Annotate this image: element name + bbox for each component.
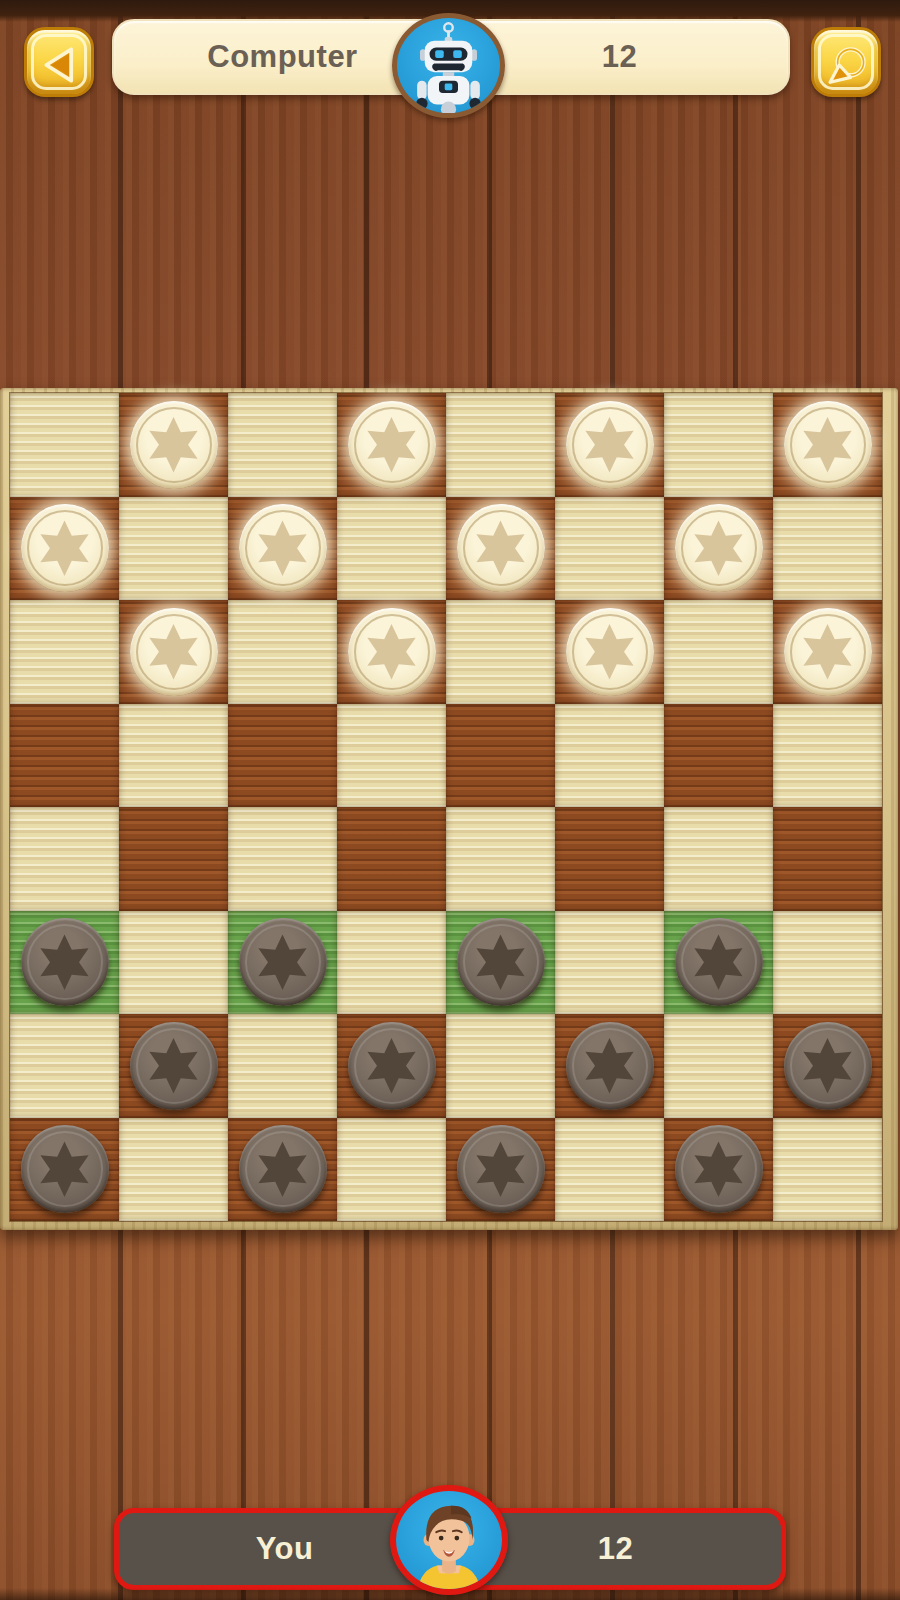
- board: [10, 393, 882, 1221]
- square-e8: [446, 393, 555, 497]
- black-piece[interactable]: [784, 1022, 872, 1110]
- square-d2[interactable]: [337, 1014, 446, 1118]
- square-g4: [664, 807, 773, 911]
- square-f3: [555, 911, 664, 1015]
- star-emboss: [581, 623, 639, 681]
- square-h6[interactable]: [773, 600, 882, 704]
- star-emboss: [472, 933, 530, 991]
- white-piece[interactable]: [239, 504, 327, 592]
- square-h8[interactable]: [773, 393, 882, 497]
- square-g3[interactable]: [664, 911, 773, 1015]
- square-h3: [773, 911, 882, 1015]
- square-c8: [228, 393, 337, 497]
- black-piece[interactable]: [239, 918, 327, 1006]
- undo-rotate-icon: [822, 38, 876, 92]
- square-d6[interactable]: [337, 600, 446, 704]
- square-f1: [555, 1118, 664, 1222]
- square-b6[interactable]: [119, 600, 228, 704]
- game-screen: Computer 12: [0, 0, 900, 1600]
- square-f7: [555, 497, 664, 601]
- star-emboss: [254, 519, 312, 577]
- square-a2: [10, 1014, 119, 1118]
- square-c4: [228, 807, 337, 911]
- square-g8: [664, 393, 773, 497]
- square-h4[interactable]: [773, 807, 882, 911]
- square-g2: [664, 1014, 773, 1118]
- white-piece[interactable]: [130, 401, 218, 489]
- square-a1[interactable]: [10, 1118, 119, 1222]
- back-arrow-icon: [35, 38, 89, 92]
- black-piece[interactable]: [457, 918, 545, 1006]
- square-a6: [10, 600, 119, 704]
- star-emboss: [581, 416, 639, 474]
- square-e7[interactable]: [446, 497, 555, 601]
- black-piece[interactable]: [348, 1022, 436, 1110]
- star-emboss: [690, 1140, 748, 1198]
- black-piece[interactable]: [457, 1125, 545, 1213]
- square-e1[interactable]: [446, 1118, 555, 1222]
- square-h2[interactable]: [773, 1014, 882, 1118]
- square-e4: [446, 807, 555, 911]
- white-piece[interactable]: [784, 608, 872, 696]
- undo-button[interactable]: [811, 27, 881, 97]
- white-piece[interactable]: [566, 608, 654, 696]
- square-f5: [555, 704, 664, 808]
- square-h5: [773, 704, 882, 808]
- back-button[interactable]: [24, 27, 94, 97]
- white-piece[interactable]: [784, 401, 872, 489]
- star-emboss: [145, 416, 203, 474]
- square-b4[interactable]: [119, 807, 228, 911]
- square-g5[interactable]: [664, 704, 773, 808]
- square-a8: [10, 393, 119, 497]
- star-emboss: [799, 1037, 857, 1095]
- black-piece[interactable]: [239, 1125, 327, 1213]
- square-e3[interactable]: [446, 911, 555, 1015]
- square-f4[interactable]: [555, 807, 664, 911]
- star-emboss: [799, 416, 857, 474]
- square-e2: [446, 1014, 555, 1118]
- black-piece[interactable]: [566, 1022, 654, 1110]
- white-piece[interactable]: [457, 504, 545, 592]
- square-c7[interactable]: [228, 497, 337, 601]
- white-piece[interactable]: [348, 608, 436, 696]
- square-g7[interactable]: [664, 497, 773, 601]
- square-h1: [773, 1118, 882, 1222]
- star-emboss: [363, 623, 421, 681]
- square-b5: [119, 704, 228, 808]
- square-c6: [228, 600, 337, 704]
- star-emboss: [799, 623, 857, 681]
- square-h7: [773, 497, 882, 601]
- white-piece[interactable]: [675, 504, 763, 592]
- star-emboss: [254, 1140, 312, 1198]
- square-c5[interactable]: [228, 704, 337, 808]
- star-emboss: [363, 416, 421, 474]
- board-frame: [0, 388, 898, 1230]
- star-emboss: [254, 933, 312, 991]
- square-d8[interactable]: [337, 393, 446, 497]
- square-a3[interactable]: [10, 911, 119, 1015]
- square-d4[interactable]: [337, 807, 446, 911]
- white-piece[interactable]: [566, 401, 654, 489]
- square-d7: [337, 497, 446, 601]
- square-d1: [337, 1118, 446, 1222]
- square-b3: [119, 911, 228, 1015]
- black-piece[interactable]: [675, 918, 763, 1006]
- square-e6: [446, 600, 555, 704]
- black-piece[interactable]: [21, 918, 109, 1006]
- star-emboss: [472, 519, 530, 577]
- square-g6: [664, 600, 773, 704]
- square-a5[interactable]: [10, 704, 119, 808]
- star-emboss: [145, 1037, 203, 1095]
- black-piece[interactable]: [130, 1022, 218, 1110]
- boy-avatar: [390, 1485, 508, 1595]
- star-emboss: [36, 519, 94, 577]
- square-a4: [10, 807, 119, 911]
- black-piece[interactable]: [21, 1125, 109, 1213]
- square-b7: [119, 497, 228, 601]
- square-d3: [337, 911, 446, 1015]
- square-f2[interactable]: [555, 1014, 664, 1118]
- square-f6[interactable]: [555, 600, 664, 704]
- white-piece[interactable]: [21, 504, 109, 592]
- robot-avatar: [392, 13, 505, 118]
- star-emboss: [363, 1037, 421, 1095]
- square-b8[interactable]: [119, 393, 228, 497]
- star-emboss: [472, 1140, 530, 1198]
- star-emboss: [36, 1140, 94, 1198]
- star-emboss: [690, 933, 748, 991]
- square-a7[interactable]: [10, 497, 119, 601]
- square-b2[interactable]: [119, 1014, 228, 1118]
- star-emboss: [145, 623, 203, 681]
- black-piece[interactable]: [675, 1125, 763, 1213]
- square-e5[interactable]: [446, 704, 555, 808]
- square-d5: [337, 704, 446, 808]
- square-f8[interactable]: [555, 393, 664, 497]
- star-emboss: [581, 1037, 639, 1095]
- star-emboss: [36, 933, 94, 991]
- square-g1[interactable]: [664, 1118, 773, 1222]
- square-c2: [228, 1014, 337, 1118]
- star-emboss: [690, 519, 748, 577]
- square-c3[interactable]: [228, 911, 337, 1015]
- white-piece[interactable]: [130, 608, 218, 696]
- square-c1[interactable]: [228, 1118, 337, 1222]
- square-b1: [119, 1118, 228, 1222]
- white-piece[interactable]: [348, 401, 436, 489]
